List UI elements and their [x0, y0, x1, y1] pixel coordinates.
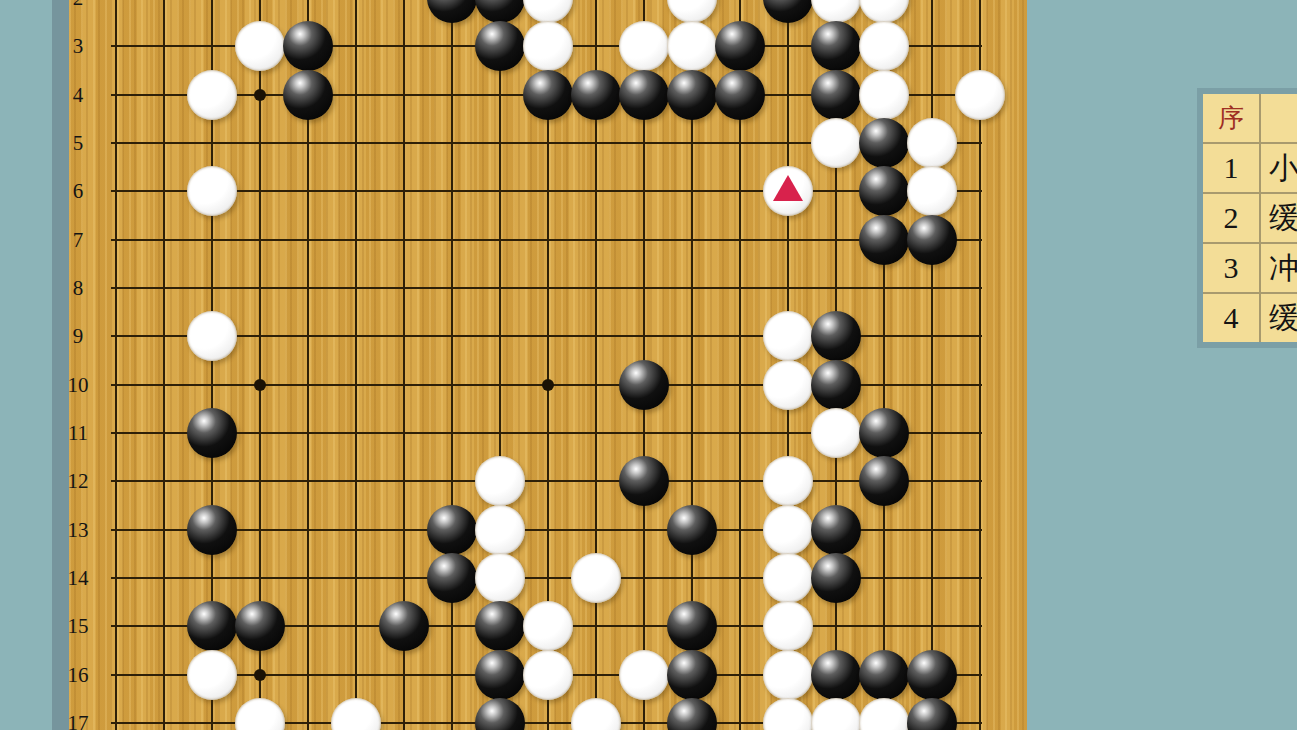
black-stone — [907, 650, 957, 700]
move-record-grid: 序 1 小 2 缓 3 冲 4 缓 — [1203, 94, 1297, 342]
table-row-number[interactable]: 1 — [1203, 144, 1259, 192]
white-stone — [475, 456, 525, 506]
black-stone — [283, 70, 333, 120]
white-stone — [859, 21, 909, 71]
white-stone — [811, 118, 861, 168]
black-stone — [379, 601, 429, 651]
last-move-triangle-marker — [773, 175, 803, 201]
black-stone — [907, 215, 957, 265]
white-stone — [523, 650, 573, 700]
row-coordinate-label: 4 — [61, 81, 95, 109]
row-coordinate-label: 3 — [61, 32, 95, 60]
row-coordinate-label: 9 — [61, 322, 95, 350]
black-stone — [859, 118, 909, 168]
row-coordinate-label: 14 — [61, 564, 95, 592]
black-stone — [427, 553, 477, 603]
row-coordinate-label: 16 — [61, 661, 95, 689]
white-stone — [523, 21, 573, 71]
black-stone — [811, 21, 861, 71]
black-stone — [811, 311, 861, 361]
white-stone — [907, 118, 957, 168]
grid-line-horizontal — [111, 287, 982, 289]
black-stone — [427, 505, 477, 555]
black-stone — [811, 70, 861, 120]
black-stone — [475, 601, 525, 651]
black-stone — [619, 70, 669, 120]
star-point — [254, 669, 266, 681]
white-stone — [763, 505, 813, 555]
white-stone — [523, 601, 573, 651]
star-point — [254, 379, 266, 391]
row-coordinate-label: 5 — [61, 129, 95, 157]
row-coordinate-label: 15 — [61, 612, 95, 640]
black-stone — [571, 70, 621, 120]
white-stone — [235, 21, 285, 71]
white-stone — [619, 650, 669, 700]
white-stone — [571, 553, 621, 603]
table-header-number: 序 — [1203, 94, 1259, 142]
row-coordinate-label: 11 — [61, 419, 95, 447]
table-row-text[interactable]: 小 — [1261, 144, 1297, 192]
row-coordinate-label: 17 — [61, 709, 95, 730]
white-stone — [763, 311, 813, 361]
black-stone — [619, 456, 669, 506]
black-stone — [667, 601, 717, 651]
black-stone — [475, 650, 525, 700]
black-stone — [715, 21, 765, 71]
table-row-text[interactable]: 缓 — [1261, 194, 1297, 242]
white-stone — [811, 408, 861, 458]
black-stone — [859, 650, 909, 700]
white-stone — [187, 166, 237, 216]
white-stone — [907, 166, 957, 216]
black-stone — [859, 215, 909, 265]
table-row-text[interactable]: 冲 — [1261, 244, 1297, 292]
grid-line-vertical — [163, 0, 165, 730]
white-stone — [619, 21, 669, 71]
row-coordinate-label: 6 — [61, 177, 95, 205]
white-stone — [475, 505, 525, 555]
table-header-blank — [1261, 94, 1297, 142]
black-stone — [811, 360, 861, 410]
grid-line-vertical — [451, 0, 453, 730]
grid-line-horizontal — [111, 239, 982, 241]
black-stone — [187, 505, 237, 555]
star-point — [542, 379, 554, 391]
row-coordinate-label: 8 — [61, 274, 95, 302]
white-stone — [763, 601, 813, 651]
grid-line-horizontal — [111, 480, 982, 482]
white-stone — [667, 21, 717, 71]
row-coordinate-label: 7 — [61, 226, 95, 254]
black-stone — [667, 650, 717, 700]
row-coordinate-label: 2 — [61, 0, 95, 12]
row-coordinate-label: 12 — [61, 467, 95, 495]
star-point — [254, 89, 266, 101]
grid-line-horizontal — [111, 190, 982, 192]
white-stone — [187, 650, 237, 700]
black-stone — [859, 456, 909, 506]
black-stone — [859, 166, 909, 216]
white-stone — [187, 311, 237, 361]
black-stone — [667, 505, 717, 555]
white-stone — [859, 70, 909, 120]
black-stone — [475, 21, 525, 71]
white-stone — [763, 650, 813, 700]
white-stone — [475, 553, 525, 603]
black-stone — [283, 21, 333, 71]
white-stone — [763, 360, 813, 410]
table-row-number[interactable]: 2 — [1203, 194, 1259, 242]
table-row-text[interactable]: 缓 — [1261, 294, 1297, 342]
black-stone — [523, 70, 573, 120]
black-stone — [811, 505, 861, 555]
black-stone — [859, 408, 909, 458]
black-stone — [667, 70, 717, 120]
row-coordinate-label: 13 — [61, 516, 95, 544]
black-stone — [811, 553, 861, 603]
black-stone — [187, 601, 237, 651]
grid-line-vertical — [931, 0, 933, 730]
grid-line-vertical — [355, 0, 357, 730]
row-coordinate-label: 10 — [61, 371, 95, 399]
move-record-table: 序 1 小 2 缓 3 冲 4 缓 — [1197, 88, 1297, 348]
white-stone — [763, 456, 813, 506]
black-stone — [619, 360, 669, 410]
black-stone — [715, 70, 765, 120]
table-row-number[interactable]: 3 — [1203, 244, 1259, 292]
black-stone — [187, 408, 237, 458]
table-row-number[interactable]: 4 — [1203, 294, 1259, 342]
white-stone — [187, 70, 237, 120]
grid-line-vertical — [115, 0, 117, 730]
black-stone — [811, 650, 861, 700]
white-stone — [955, 70, 1005, 120]
white-stone — [763, 553, 813, 603]
black-stone — [235, 601, 285, 651]
go-app-window: { "game": "go (weiqi)", "board": { "size… — [0, 0, 1297, 730]
